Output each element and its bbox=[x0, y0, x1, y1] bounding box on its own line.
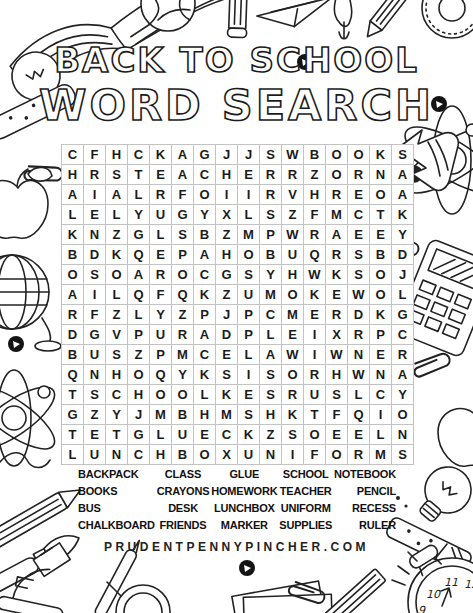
grid-cell[interactable]: E bbox=[84, 425, 106, 445]
grid-cell[interactable]: R bbox=[62, 305, 84, 325]
grid-cell[interactable]: O bbox=[194, 445, 216, 465]
grid-cell[interactable]: L bbox=[106, 285, 128, 305]
website-url: PRUDENTPENNYPINCHER.COM bbox=[0, 540, 473, 554]
grid-cell[interactable]: D bbox=[392, 245, 414, 265]
lightbulb-icon-right bbox=[408, 458, 473, 532]
grid-cell[interactable]: R bbox=[348, 165, 370, 185]
grid-cell[interactable]: P bbox=[370, 325, 392, 345]
word-item: LUNCHBOX bbox=[211, 500, 277, 517]
grid-cell[interactable]: U bbox=[150, 205, 172, 225]
grid-cell[interactable]: P bbox=[128, 325, 150, 345]
pencil-icon-top-right bbox=[362, 0, 408, 41]
grid-cell[interactable]: M bbox=[326, 205, 348, 225]
grid-cell[interactable]: O bbox=[62, 265, 84, 285]
grid-cell[interactable]: L bbox=[370, 425, 392, 445]
grid-cell[interactable]: Y bbox=[106, 405, 128, 425]
grid-cell[interactable]: P bbox=[172, 245, 194, 265]
grid-cell[interactable]: L bbox=[260, 325, 282, 345]
grid-cell[interactable]: R bbox=[150, 265, 172, 285]
grid-cell[interactable]: H bbox=[62, 165, 84, 185]
grid-cell[interactable]: E bbox=[216, 345, 238, 365]
grid-cell[interactable]: L bbox=[150, 225, 172, 245]
grid-cell[interactable]: U bbox=[238, 445, 260, 465]
grid-cell[interactable]: A bbox=[172, 165, 194, 185]
grid-cell[interactable]: O bbox=[172, 385, 194, 405]
grid-cell[interactable]: T bbox=[106, 425, 128, 445]
word-item: TEACHER bbox=[279, 483, 332, 500]
grid-cell[interactable]: A bbox=[194, 325, 216, 345]
grid-cell[interactable]: S bbox=[216, 365, 238, 385]
grid-cell[interactable]: G bbox=[128, 425, 150, 445]
grid-cell[interactable]: O bbox=[370, 285, 392, 305]
grid-cell[interactable]: L bbox=[238, 205, 260, 225]
grid-cell[interactable]: Y bbox=[172, 365, 194, 385]
title-line-2: WORD SEARCH bbox=[0, 80, 473, 130]
grid-cell[interactable]: G bbox=[172, 205, 194, 225]
grid-cell[interactable]: E bbox=[84, 205, 106, 225]
grid-cell[interactable]: S bbox=[106, 165, 128, 185]
grid-cell[interactable]: Q bbox=[348, 405, 370, 425]
grid-cell[interactable]: U bbox=[238, 285, 260, 305]
grid-cell[interactable]: H bbox=[216, 165, 238, 185]
grid-cell[interactable]: S bbox=[260, 145, 282, 165]
word-item: CRAYONS bbox=[157, 483, 210, 500]
grid-cell[interactable]: O bbox=[326, 145, 348, 165]
grid-cell[interactable]: U bbox=[282, 245, 304, 265]
grid-cell[interactable]: H bbox=[150, 445, 172, 465]
grid-cell[interactable]: N bbox=[370, 165, 392, 185]
grid-cell[interactable]: D bbox=[62, 325, 84, 345]
grid-cell[interactable]: A bbox=[326, 225, 348, 245]
grid-cell[interactable]: Z bbox=[216, 225, 238, 245]
atom-icon-left bbox=[0, 370, 63, 466]
grid-cell[interactable]: E bbox=[348, 185, 370, 205]
grid-cell[interactable]: W bbox=[282, 145, 304, 165]
word-item: CHALKBOARD bbox=[78, 517, 155, 534]
grid-cell[interactable]: L bbox=[194, 385, 216, 405]
grid-cell[interactable]: K bbox=[150, 145, 172, 165]
grid-cell[interactable]: Y bbox=[392, 385, 414, 405]
grid-cell[interactable]: R bbox=[282, 165, 304, 185]
grid-cell[interactable]: R bbox=[348, 445, 370, 465]
grid-cell[interactable]: C bbox=[62, 145, 84, 165]
grid-cell[interactable]: R bbox=[84, 165, 106, 185]
grid-cell[interactable]: O bbox=[326, 165, 348, 185]
word-item: HOMEWORK bbox=[211, 483, 277, 500]
clock-number: 12 bbox=[464, 578, 473, 591]
grid-cell[interactable]: S bbox=[260, 385, 282, 405]
grid-cell[interactable]: L bbox=[128, 185, 150, 205]
grid-cell[interactable]: U bbox=[150, 325, 172, 345]
grid-cell[interactable]: Y bbox=[392, 225, 414, 245]
grid-cell[interactable]: H bbox=[282, 265, 304, 285]
word-list-column: BACKPACK BOOKS BUS CHALKBOARD bbox=[78, 466, 155, 534]
grid-cell[interactable]: N bbox=[260, 445, 282, 465]
grid-cell[interactable]: J bbox=[216, 145, 238, 165]
grid-cell[interactable]: D bbox=[348, 305, 370, 325]
grid-cell[interactable]: Z bbox=[106, 305, 128, 325]
clock-number: 10 bbox=[426, 588, 441, 601]
grid-cell[interactable]: R bbox=[260, 185, 282, 205]
pencil-icon-top bbox=[227, 0, 248, 38]
grid-cell[interactable]: G bbox=[62, 405, 84, 425]
grid-cell[interactable]: Z bbox=[128, 345, 150, 365]
grid-cell[interactable]: M bbox=[370, 445, 392, 465]
grid-cell[interactable]: I bbox=[304, 325, 326, 345]
grid-cell[interactable]: O bbox=[282, 285, 304, 305]
grid-cell[interactable]: E bbox=[150, 245, 172, 265]
grid-cell[interactable]: E bbox=[282, 325, 304, 345]
grid-cell[interactable]: Q bbox=[172, 285, 194, 305]
grid-cell[interactable]: L bbox=[106, 205, 128, 225]
grid-cell[interactable]: A bbox=[128, 265, 150, 285]
grid-cell[interactable]: J bbox=[238, 145, 260, 165]
grid-cell[interactable]: K bbox=[370, 305, 392, 325]
grid-cell[interactable]: U bbox=[172, 425, 194, 445]
grid-cell[interactable]: E bbox=[326, 425, 348, 445]
grid-cell[interactable]: O bbox=[370, 265, 392, 285]
grid-cell[interactable]: G bbox=[84, 325, 106, 345]
grid-cell[interactable]: K bbox=[326, 265, 348, 285]
grid-cell[interactable]: M bbox=[282, 305, 304, 325]
word-list-column: CLASS CRAYONS DESK FRIENDS bbox=[157, 466, 210, 534]
grid-cell[interactable]: C bbox=[194, 345, 216, 365]
grid-cell[interactable]: T bbox=[62, 385, 84, 405]
grid-cell[interactable]: O bbox=[172, 265, 194, 285]
grid-cell[interactable]: S bbox=[282, 425, 304, 445]
grid-cell[interactable]: L bbox=[62, 445, 84, 465]
grid-cell[interactable]: A bbox=[392, 185, 414, 205]
grid-cell[interactable]: C bbox=[194, 165, 216, 185]
word-list-column: GLUE HOMEWORK LUNCHBOX MARKER bbox=[211, 466, 277, 534]
grid-cell[interactable]: S bbox=[238, 405, 260, 425]
grid-cell[interactable]: N bbox=[84, 365, 106, 385]
grid-cell[interactable]: E bbox=[194, 425, 216, 445]
grid-cell[interactable]: T bbox=[304, 405, 326, 425]
grid-cell[interactable]: Q bbox=[128, 245, 150, 265]
grid-cell[interactable]: I bbox=[84, 285, 106, 305]
grid-cell[interactable]: C bbox=[106, 385, 128, 405]
sparkle-dot bbox=[396, 496, 400, 500]
grid-cell[interactable]: L bbox=[348, 385, 370, 405]
sparkle-dot bbox=[404, 504, 407, 507]
grid-cell[interactable]: F bbox=[172, 185, 194, 205]
grid-cell[interactable]: L bbox=[392, 285, 414, 305]
word-item: CLASS bbox=[157, 466, 210, 483]
grid-cell[interactable]: A bbox=[194, 245, 216, 265]
grid-cell[interactable]: U bbox=[304, 385, 326, 405]
grid-cell[interactable]: O bbox=[106, 265, 128, 285]
grid-cell[interactable]: A bbox=[260, 345, 282, 365]
grid-cell[interactable]: S bbox=[260, 365, 282, 385]
grid-cell[interactable]: B bbox=[172, 445, 194, 465]
grid-cell[interactable]: A bbox=[62, 285, 84, 305]
grid-cell[interactable]: V bbox=[282, 185, 304, 205]
grid-cell[interactable]: Z bbox=[84, 405, 106, 425]
bullet-marker-icon bbox=[8, 336, 24, 352]
grid-cell[interactable]: T bbox=[128, 165, 150, 185]
grid-cell[interactable]: Y bbox=[194, 205, 216, 225]
grid-cell[interactable]: O bbox=[150, 385, 172, 405]
grid-cell[interactable]: W bbox=[326, 345, 348, 365]
grid-cell[interactable]: H bbox=[106, 145, 128, 165]
grid-cell[interactable]: M bbox=[172, 345, 194, 365]
grid-cell[interactable]: S bbox=[260, 205, 282, 225]
grid-cell[interactable]: M bbox=[238, 225, 260, 245]
word-item: BUS bbox=[78, 500, 155, 517]
grid-cell[interactable]: Q bbox=[62, 365, 84, 385]
grid-cell[interactable]: J bbox=[216, 305, 238, 325]
clock-number: 9 bbox=[418, 604, 426, 613]
grid-cell[interactable]: B bbox=[260, 245, 282, 265]
grid-cell[interactable]: L bbox=[238, 345, 260, 365]
grid-cell[interactable]: F bbox=[150, 285, 172, 305]
grid-cell[interactable]: H bbox=[194, 405, 216, 425]
grid-cell[interactable]: I bbox=[304, 345, 326, 365]
grid-cell[interactable]: P bbox=[238, 305, 260, 325]
grid-cell[interactable]: W bbox=[282, 225, 304, 245]
grid-cell[interactable]: B bbox=[304, 145, 326, 165]
word-item: FRIENDS bbox=[157, 517, 210, 534]
grid-cell[interactable]: O bbox=[326, 445, 348, 465]
grid-cell[interactable]: Z bbox=[216, 285, 238, 305]
grid-cell[interactable]: H bbox=[326, 365, 348, 385]
grid-cell[interactable]: E bbox=[150, 165, 172, 185]
grid-cell[interactable]: A bbox=[392, 365, 414, 385]
grid-cell[interactable]: F bbox=[84, 305, 106, 325]
grid-cell[interactable]: E bbox=[304, 305, 326, 325]
grid-cell[interactable]: W bbox=[348, 285, 370, 305]
grid-cell[interactable]: O bbox=[392, 405, 414, 425]
grid-cell[interactable]: Q bbox=[128, 285, 150, 305]
grid-cell[interactable]: G bbox=[216, 265, 238, 285]
grid-cell[interactable]: K bbox=[282, 405, 304, 425]
grid-cell[interactable]: R bbox=[304, 365, 326, 385]
grid-cell[interactable]: P bbox=[238, 325, 260, 345]
grid-cell[interactable]: N bbox=[106, 445, 128, 465]
grid-cell[interactable]: J bbox=[128, 405, 150, 425]
grid-cell[interactable]: T bbox=[62, 425, 84, 445]
grid-cell[interactable]: I bbox=[84, 185, 106, 205]
grid-cell[interactable]: R bbox=[172, 325, 194, 345]
grid-cell[interactable]: K bbox=[194, 285, 216, 305]
grid-cell[interactable]: K bbox=[304, 285, 326, 305]
grid-cell[interactable]: O bbox=[370, 185, 392, 205]
grid-cell[interactable]: R bbox=[326, 185, 348, 205]
grid-cell[interactable]: F bbox=[304, 445, 326, 465]
grid-cell[interactable]: C bbox=[370, 385, 392, 405]
grid-cell[interactable]: E bbox=[238, 165, 260, 185]
word-item: RULER bbox=[334, 517, 396, 534]
grid-cell[interactable]: G bbox=[194, 145, 216, 165]
grid-cell[interactable]: Z bbox=[304, 165, 326, 185]
grid-cell[interactable]: S bbox=[172, 225, 194, 245]
word-list: BACKPACK BOOKS BUS CHALKBOARD CLASS CRAY… bbox=[78, 466, 396, 534]
grid-cell[interactable]: O bbox=[304, 425, 326, 445]
grid-cell[interactable]: P bbox=[194, 305, 216, 325]
word-item: BACKPACK bbox=[78, 466, 155, 483]
word-item: UNIFORM bbox=[279, 500, 332, 517]
grid-cell[interactable]: F bbox=[326, 405, 348, 425]
grid-cell[interactable]: I bbox=[370, 405, 392, 425]
grid-cell[interactable]: O bbox=[194, 185, 216, 205]
grid-cell[interactable]: E bbox=[238, 385, 260, 405]
word-item: GLUE bbox=[211, 466, 277, 483]
grid-cell[interactable]: S bbox=[392, 145, 414, 165]
grid-cell[interactable]: I bbox=[238, 185, 260, 205]
grid-cell[interactable]: E bbox=[370, 225, 392, 245]
grid-cell[interactable]: O bbox=[128, 365, 150, 385]
grid-cell[interactable]: D bbox=[84, 245, 106, 265]
grid-cell[interactable]: R bbox=[282, 385, 304, 405]
grid-cell[interactable]: E bbox=[348, 225, 370, 245]
grid-cell[interactable]: K bbox=[106, 245, 128, 265]
word-item: SCHOOL bbox=[279, 466, 332, 483]
grid-cell[interactable]: A bbox=[172, 145, 194, 165]
grid-cell[interactable]: K bbox=[62, 225, 84, 245]
grid-cell[interactable]: Y bbox=[150, 305, 172, 325]
grid-cell[interactable]: Y bbox=[128, 205, 150, 225]
title-line-1: BACK TO SCHOOL bbox=[0, 40, 473, 80]
grid-cell[interactable]: S bbox=[84, 265, 106, 285]
grid-cell[interactable]: I bbox=[216, 185, 238, 205]
word-item: MARKER bbox=[211, 517, 277, 534]
grid-cell[interactable]: O bbox=[238, 245, 260, 265]
word-item: BOOKS bbox=[78, 483, 155, 500]
grid-cell[interactable]: B bbox=[62, 245, 84, 265]
grid-cell[interactable]: R bbox=[348, 325, 370, 345]
globe-icon-left bbox=[0, 255, 61, 351]
grid-cell[interactable]: H bbox=[216, 245, 238, 265]
grid-cell[interactable]: H bbox=[260, 405, 282, 425]
apple-icon-right bbox=[438, 397, 473, 466]
grid-cell[interactable]: P bbox=[150, 345, 172, 365]
grid-cell[interactable]: K bbox=[370, 145, 392, 165]
grid-cell[interactable]: N bbox=[370, 365, 392, 385]
grid-cell[interactable]: C bbox=[128, 445, 150, 465]
grid-cell[interactable]: X bbox=[326, 325, 348, 345]
grid-cell[interactable]: S bbox=[238, 265, 260, 285]
grid-cell[interactable]: M bbox=[216, 405, 238, 425]
grid-cell[interactable]: K bbox=[392, 205, 414, 225]
grid-cell[interactable]: N bbox=[84, 225, 106, 245]
grid-cell[interactable]: S bbox=[348, 245, 370, 265]
grid-cell[interactable]: A bbox=[106, 185, 128, 205]
grid-cell[interactable]: L bbox=[62, 205, 84, 225]
grid-cell[interactable]: L bbox=[150, 425, 172, 445]
triangle-ruler-icon bbox=[256, 0, 332, 29]
grid-cell[interactable]: B bbox=[370, 245, 392, 265]
grid-cell[interactable]: F bbox=[84, 145, 106, 165]
clock-number: 11 bbox=[444, 576, 458, 589]
grid-cell[interactable]: J bbox=[392, 265, 414, 285]
grid-cell[interactable]: S bbox=[84, 385, 106, 405]
grid-cell[interactable]: Z bbox=[172, 305, 194, 325]
grid-cell[interactable]: R bbox=[304, 225, 326, 245]
grid-cell[interactable]: R bbox=[260, 165, 282, 185]
grid-cell[interactable]: X bbox=[216, 205, 238, 225]
word-search-page: 9 10 11 12 1 bbox=[0, 0, 473, 613]
grid-cell[interactable]: R bbox=[326, 245, 348, 265]
bullet-marker-icon bbox=[239, 560, 255, 576]
grid-cell[interactable]: H bbox=[128, 385, 150, 405]
grid-cell[interactable]: Z bbox=[106, 225, 128, 245]
word-list-column: SCHOOL TEACHER UNIFORM SUPPLIES bbox=[279, 466, 332, 534]
word-item: NOTEBOOK bbox=[334, 466, 396, 483]
grid-cell[interactable]: Z bbox=[260, 425, 282, 445]
grid-cell[interactable]: B bbox=[194, 225, 216, 245]
grid-cell[interactable]: O bbox=[348, 145, 370, 165]
grid-cell[interactable]: M bbox=[260, 285, 282, 305]
grid-cell[interactable]: S bbox=[106, 345, 128, 365]
grid-cell[interactable]: I bbox=[238, 365, 260, 385]
grid-cell[interactable]: S bbox=[392, 445, 414, 465]
grid-cell[interactable]: U bbox=[84, 345, 106, 365]
grid-cell[interactable]: K bbox=[194, 365, 216, 385]
grid-cell[interactable]: N bbox=[348, 345, 370, 365]
grid-cell[interactable]: C bbox=[392, 325, 414, 345]
tape-roll-icon bbox=[422, 0, 473, 38]
grid-cell[interactable]: W bbox=[348, 365, 370, 385]
grid-cell[interactable]: C bbox=[348, 205, 370, 225]
grid-cell[interactable]: P bbox=[260, 225, 282, 245]
grid-cell[interactable]: Z bbox=[282, 205, 304, 225]
paperclip-icon bbox=[412, 347, 451, 383]
grid-cell[interactable]: A bbox=[392, 165, 414, 185]
grid-cell[interactable]: C bbox=[128, 145, 150, 165]
grid-cell[interactable]: E bbox=[370, 345, 392, 365]
grid-cell[interactable]: S bbox=[348, 265, 370, 285]
grid-cell[interactable]: R bbox=[150, 185, 172, 205]
grid-cell[interactable]: H bbox=[106, 365, 128, 385]
grid-cell[interactable]: E bbox=[326, 285, 348, 305]
grid-cell[interactable]: C bbox=[260, 305, 282, 325]
grid-cell[interactable]: N bbox=[392, 425, 414, 445]
grid-cell[interactable]: K bbox=[238, 425, 260, 445]
grid-cell[interactable]: M bbox=[150, 405, 172, 425]
grid-cell[interactable]: V bbox=[106, 325, 128, 345]
grid-cell[interactable]: H bbox=[304, 185, 326, 205]
grid-cell[interactable]: C bbox=[194, 265, 216, 285]
grid-cell[interactable]: O bbox=[282, 365, 304, 385]
grid-cell[interactable]: G bbox=[392, 305, 414, 325]
grid-cell[interactable]: X bbox=[216, 445, 238, 465]
grid-cell[interactable]: T bbox=[370, 205, 392, 225]
grid-cell[interactable]: K bbox=[216, 385, 238, 405]
grid-cell[interactable]: G bbox=[128, 225, 150, 245]
grid-cell[interactable]: W bbox=[282, 345, 304, 365]
grid-cell[interactable]: Q bbox=[150, 365, 172, 385]
grid-cell[interactable]: R bbox=[326, 305, 348, 325]
word-item: SUPPLIES bbox=[279, 517, 332, 534]
grid-cell[interactable]: I bbox=[282, 445, 304, 465]
grid-cell[interactable]: E bbox=[348, 425, 370, 445]
grid-cell[interactable]: B bbox=[62, 345, 84, 365]
grid-cell[interactable]: Q bbox=[304, 245, 326, 265]
grid-cell[interactable]: Y bbox=[260, 265, 282, 285]
grid-cell[interactable]: A bbox=[62, 185, 84, 205]
grid-cell[interactable]: B bbox=[172, 405, 194, 425]
grid-cell[interactable]: F bbox=[304, 205, 326, 225]
grid-cell[interactable]: R bbox=[392, 345, 414, 365]
word-item: RECESS bbox=[334, 500, 396, 517]
grid-cell[interactable]: S bbox=[326, 385, 348, 405]
grid-cell[interactable]: W bbox=[304, 265, 326, 285]
grid-cell[interactable]: C bbox=[216, 425, 238, 445]
grid-cell[interactable]: L bbox=[128, 305, 150, 325]
grid-cell[interactable]: D bbox=[216, 325, 238, 345]
grid-cell[interactable]: U bbox=[84, 445, 106, 465]
